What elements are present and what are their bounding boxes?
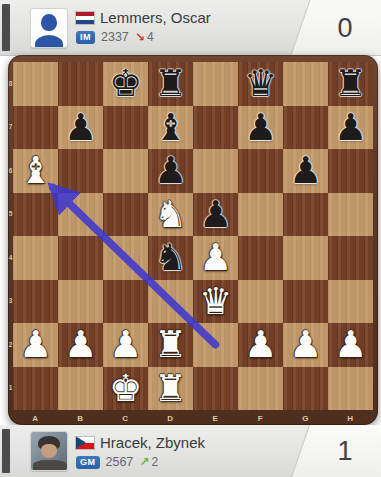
square-a2[interactable]: ♟: [13, 323, 58, 367]
piece-white-pawn-b2[interactable]: ♟: [58, 323, 103, 367]
piece-black-pawn-b7[interactable]: ♟: [58, 106, 103, 150]
rank-label-7: 7: [8, 123, 13, 130]
square-f3[interactable]: [238, 280, 283, 324]
square-g3[interactable]: [283, 280, 328, 324]
square-g4[interactable]: [283, 236, 328, 280]
square-c4[interactable]: [103, 236, 148, 280]
square-e1[interactable]: [193, 367, 238, 411]
square-g1[interactable]: [283, 367, 328, 411]
rank-label-3: 3: [8, 297, 13, 304]
rating-change-bottom: 2: [151, 455, 158, 469]
square-b2[interactable]: ♟: [58, 323, 103, 367]
rating-change-top: 4: [147, 30, 154, 44]
piece-black-pawn-g6[interactable]: ♟: [283, 149, 328, 193]
square-h3[interactable]: [328, 280, 373, 324]
square-e3[interactable]: ♛: [193, 280, 238, 324]
square-g2[interactable]: ♟: [283, 323, 328, 367]
square-h8[interactable]: ♜: [328, 62, 373, 106]
file-label-a: A: [13, 414, 58, 423]
square-h6[interactable]: [328, 149, 373, 193]
player-name-top: Lemmers, Oscar: [100, 9, 211, 26]
square-e7[interactable]: [193, 106, 238, 150]
square-a4[interactable]: [13, 236, 58, 280]
trend-up-icon: ↗: [139, 455, 149, 469]
file-label-b: B: [58, 414, 103, 423]
piece-black-pawn-d6[interactable]: ♟: [148, 149, 193, 193]
square-a6[interactable]: ♝: [13, 149, 58, 193]
rank-label-5: 5: [8, 210, 13, 217]
netherlands-flag-icon: [76, 12, 94, 24]
square-f8[interactable]: ♛: [238, 62, 283, 106]
square-d4[interactable]: ♞: [148, 236, 193, 280]
square-a3[interactable]: [13, 280, 58, 324]
square-g5[interactable]: [283, 193, 328, 237]
square-d3[interactable]: [148, 280, 193, 324]
piece-black-pawn-f7[interactable]: ♟: [238, 106, 283, 150]
square-c3[interactable]: [103, 280, 148, 324]
file-label-h: H: [328, 414, 373, 423]
piece-black-queen-f8[interactable]: ♛: [238, 62, 283, 106]
left-rail: [2, 4, 10, 51]
square-b1[interactable]: [58, 367, 103, 411]
czech-flag-icon: [76, 437, 94, 449]
file-label-g: G: [283, 414, 328, 423]
piece-black-king-c8[interactable]: ♚: [103, 62, 148, 106]
square-c8[interactable]: ♚: [103, 62, 148, 106]
piece-black-pawn-e5[interactable]: ♟: [193, 193, 238, 237]
file-label-f: F: [238, 414, 283, 423]
score-bottom: 1: [325, 436, 365, 467]
rank-label-1: 1: [8, 384, 13, 391]
piece-black-knight-d4[interactable]: ♞: [148, 236, 193, 280]
square-f2[interactable]: ♟: [238, 323, 283, 367]
square-g8[interactable]: [283, 62, 328, 106]
square-c5[interactable]: [103, 193, 148, 237]
player-bar-top: Lemmers, Oscar IM 2337 ↘ 4 0: [0, 0, 381, 56]
square-c2[interactable]: ♟: [103, 323, 148, 367]
rank-label-8: 8: [8, 80, 13, 87]
square-d5[interactable]: ♞: [148, 193, 193, 237]
piece-black-rook-h8[interactable]: ♜: [328, 62, 373, 106]
file-label-c: C: [103, 414, 148, 423]
trend-down-icon: ↘: [135, 30, 145, 44]
square-d7[interactable]: ♝: [148, 106, 193, 150]
piece-white-pawn-h2[interactable]: ♟: [328, 323, 373, 367]
piece-white-knight-d5[interactable]: ♞: [148, 193, 193, 237]
piece-black-pawn-h7[interactable]: ♟: [328, 106, 373, 150]
piece-white-bishop-a6[interactable]: ♝: [13, 149, 58, 193]
title-badge-top: IM: [76, 31, 95, 44]
piece-white-pawn-g2[interactable]: ♟: [283, 323, 328, 367]
square-f4[interactable]: [238, 236, 283, 280]
piece-white-rook-d2[interactable]: ♜: [148, 323, 193, 367]
square-h1[interactable]: [328, 367, 373, 411]
avatar-bottom: [30, 431, 68, 471]
board-squares: ♚♜♛♜♟♝♟♟♝♟♟♞♟♞♟♛♟♟♟♜♟♟♟♚♜: [13, 62, 373, 410]
square-c1[interactable]: ♚: [103, 367, 148, 411]
square-g7[interactable]: [283, 106, 328, 150]
player-photo: [31, 432, 67, 470]
square-a7[interactable]: [13, 106, 58, 150]
square-a1[interactable]: [13, 367, 58, 411]
square-d8[interactable]: ♜: [148, 62, 193, 106]
square-e2[interactable]: [193, 323, 238, 367]
piece-white-king-c1[interactable]: ♚: [103, 367, 148, 411]
square-a8[interactable]: [13, 62, 58, 106]
square-a5[interactable]: [13, 193, 58, 237]
rating-bottom: 2567: [106, 455, 134, 469]
rank-label-4: 4: [8, 254, 13, 261]
square-f6[interactable]: [238, 149, 283, 193]
square-e6[interactable]: [193, 149, 238, 193]
square-e5[interactable]: ♟: [193, 193, 238, 237]
square-b6[interactable]: [58, 149, 103, 193]
player-bar-bottom: Hracek, Zbynek GM 2567 ↗ 2 1: [0, 425, 381, 477]
score-top: 0: [325, 12, 365, 43]
square-h4[interactable]: [328, 236, 373, 280]
square-e4[interactable]: ♟: [193, 236, 238, 280]
avatar-top: [30, 8, 68, 48]
rank-label-6: 6: [8, 167, 13, 174]
piece-white-pawn-a2[interactable]: ♟: [13, 323, 58, 367]
square-d2[interactable]: ♜: [148, 323, 193, 367]
file-label-e: E: [193, 414, 238, 423]
square-b8[interactable]: [58, 62, 103, 106]
avatar-silhouette-icon: [41, 14, 57, 31]
rating-top: 2337: [101, 30, 129, 44]
square-f7[interactable]: ♟: [238, 106, 283, 150]
square-b3[interactable]: [58, 280, 103, 324]
file-label-d: D: [148, 414, 193, 423]
title-badge-bottom: GM: [76, 456, 100, 469]
square-b4[interactable]: [58, 236, 103, 280]
square-h5[interactable]: [328, 193, 373, 237]
square-c7[interactable]: [103, 106, 148, 150]
square-d6[interactable]: ♟: [148, 149, 193, 193]
piece-white-pawn-c2[interactable]: ♟: [103, 323, 148, 367]
player-name-bottom: Hracek, Zbynek: [100, 434, 205, 451]
square-h7[interactable]: ♟: [328, 106, 373, 150]
left-rail: [2, 429, 10, 473]
square-f5[interactable]: [238, 193, 283, 237]
piece-white-queen-e3[interactable]: ♛: [193, 280, 238, 324]
square-c6[interactable]: [103, 149, 148, 193]
square-h2[interactable]: ♟: [328, 323, 373, 367]
piece-white-pawn-f2[interactable]: ♟: [238, 323, 283, 367]
square-e8[interactable]: [193, 62, 238, 106]
rank-label-2: 2: [8, 341, 13, 348]
square-b5[interactable]: [58, 193, 103, 237]
piece-black-bishop-d7[interactable]: ♝: [148, 106, 193, 150]
piece-black-rook-d8[interactable]: ♜: [148, 62, 193, 106]
piece-white-rook-d1[interactable]: ♜: [148, 367, 193, 411]
piece-white-pawn-e4[interactable]: ♟: [193, 236, 238, 280]
square-b7[interactable]: ♟: [58, 106, 103, 150]
square-f1[interactable]: [238, 367, 283, 411]
chess-board[interactable]: ♚♜♛♜♟♝♟♟♝♟♟♞♟♞♟♛♟♟♟♜♟♟♟♚♜ 87654321 ABCDE…: [8, 55, 378, 425]
square-g6[interactable]: ♟: [283, 149, 328, 193]
square-d1[interactable]: ♜: [148, 367, 193, 411]
chess-broadcast-widget: Lemmers, Oscar IM 2337 ↘ 4 0 ♚♜♛♜♟♝♟♟♝♟♟…: [0, 0, 381, 477]
